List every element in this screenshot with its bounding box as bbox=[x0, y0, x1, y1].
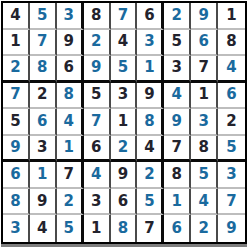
cell-r9c3[interactable]: 5 bbox=[57, 215, 84, 242]
given-digit: 3 bbox=[172, 60, 182, 75]
cell-r3c7[interactable]: 3 bbox=[164, 56, 191, 83]
given-digit: 1 bbox=[118, 114, 128, 129]
cell-r9c7[interactable]: 6 bbox=[164, 215, 191, 242]
cell-r4c8[interactable]: 1 bbox=[191, 83, 218, 110]
given-digit: 8 bbox=[226, 34, 236, 49]
cell-r8c8[interactable]: 4 bbox=[191, 189, 218, 216]
cell-r3c8[interactable]: 7 bbox=[191, 56, 218, 83]
solved-digit: 3 bbox=[198, 114, 208, 129]
given-digit: 9 bbox=[144, 87, 154, 102]
given-digit: 6 bbox=[91, 140, 101, 155]
given-digit: 5 bbox=[172, 34, 182, 49]
cell-r5c7[interactable]: 9 bbox=[164, 109, 191, 136]
cell-r6c9[interactable]: 5 bbox=[218, 136, 245, 163]
cell-r2c3[interactable]: 9 bbox=[57, 30, 84, 57]
solved-digit: 7 bbox=[118, 8, 128, 23]
solved-digit: 6 bbox=[172, 221, 182, 236]
solved-digit: 2 bbox=[198, 221, 208, 236]
cell-r1c5[interactable]: 7 bbox=[111, 3, 138, 30]
solved-digit: 6 bbox=[37, 114, 47, 129]
solved-digit: 6 bbox=[10, 167, 20, 182]
solved-digit: 9 bbox=[10, 140, 20, 155]
cell-r4c6[interactable]: 9 bbox=[137, 83, 164, 110]
solved-digit: 7 bbox=[10, 87, 20, 102]
given-digit: 9 bbox=[63, 34, 73, 49]
cell-r9c9[interactable]: 9 bbox=[218, 215, 245, 242]
cell-r1c1[interactable]: 4 bbox=[3, 3, 30, 30]
cell-r7c3[interactable]: 7 bbox=[57, 162, 84, 189]
solved-digit: 4 bbox=[91, 167, 101, 182]
cell-r6c7[interactable]: 7 bbox=[164, 136, 191, 163]
cell-r6c5[interactable]: 2 bbox=[111, 136, 138, 163]
solved-digit: 7 bbox=[91, 114, 101, 129]
solved-digit: 2 bbox=[10, 60, 20, 75]
given-digit: 2 bbox=[226, 114, 236, 129]
given-digit: 6 bbox=[118, 194, 128, 209]
cell-r6c3[interactable]: 1 bbox=[57, 136, 84, 163]
sudoku-board: 4538762911792435682869513747285394165647… bbox=[1, 1, 247, 244]
given-digit: 4 bbox=[144, 140, 154, 155]
cell-r5c5[interactable]: 1 bbox=[111, 109, 138, 136]
cell-r5c1[interactable]: 5 bbox=[3, 109, 30, 136]
given-digit: 8 bbox=[198, 140, 208, 155]
solved-digit: 1 bbox=[144, 60, 154, 75]
cell-r6c4[interactable]: 6 bbox=[84, 136, 111, 163]
given-digit: 1 bbox=[10, 34, 20, 49]
cell-r6c6[interactable]: 4 bbox=[137, 136, 164, 163]
cell-r4c4[interactable]: 5 bbox=[84, 83, 111, 110]
solved-digit: 5 bbox=[198, 167, 208, 182]
cell-r7c8[interactable]: 5 bbox=[191, 162, 218, 189]
cell-r4c9[interactable]: 6 bbox=[218, 83, 245, 110]
given-digit: 3 bbox=[118, 87, 128, 102]
cell-r8c2[interactable]: 9 bbox=[30, 189, 57, 216]
solved-digit: 8 bbox=[10, 194, 20, 209]
solved-digit: 4 bbox=[198, 194, 208, 209]
given-digit: 9 bbox=[37, 194, 47, 209]
cell-r6c2[interactable]: 3 bbox=[30, 136, 57, 163]
cell-r5c8[interactable]: 3 bbox=[191, 109, 218, 136]
cell-r2c2[interactable]: 7 bbox=[30, 30, 57, 57]
cell-r1c8[interactable]: 9 bbox=[191, 3, 218, 30]
solved-digit: 1 bbox=[37, 167, 47, 182]
given-digit: 8 bbox=[172, 167, 182, 182]
cell-r3c1[interactable]: 2 bbox=[3, 56, 30, 83]
cell-r9c2[interactable]: 4 bbox=[30, 215, 57, 242]
solved-digit: 9 bbox=[198, 8, 208, 23]
cell-r4c5[interactable]: 3 bbox=[111, 83, 138, 110]
cell-r7c9[interactable]: 3 bbox=[218, 162, 245, 189]
cell-r9c4[interactable]: 1 bbox=[84, 215, 111, 242]
given-digit: 7 bbox=[172, 140, 182, 155]
cell-r5c3[interactable]: 4 bbox=[57, 109, 84, 136]
cell-r8c9[interactable]: 7 bbox=[218, 189, 245, 216]
solved-digit: 6 bbox=[226, 87, 236, 102]
given-digit: 8 bbox=[91, 8, 101, 23]
cell-r8c6[interactable]: 5 bbox=[137, 189, 164, 216]
given-digit: 2 bbox=[37, 87, 47, 102]
solved-digit: 8 bbox=[118, 221, 128, 236]
given-digit: 3 bbox=[91, 194, 101, 209]
cell-r2c6[interactable]: 3 bbox=[137, 30, 164, 57]
solved-digit: 5 bbox=[63, 221, 73, 236]
cell-r2c5[interactable]: 4 bbox=[111, 30, 138, 57]
given-digit: 4 bbox=[37, 221, 47, 236]
cell-r2c7[interactable]: 5 bbox=[164, 30, 191, 57]
given-digit: 7 bbox=[63, 167, 73, 182]
given-digit: 1 bbox=[226, 8, 236, 23]
cell-r4c1[interactable]: 7 bbox=[3, 83, 30, 110]
solved-digit: 6 bbox=[198, 34, 208, 49]
cell-r3c4[interactable]: 9 bbox=[84, 56, 111, 83]
cell-r2c8[interactable]: 6 bbox=[191, 30, 218, 57]
cell-r9c6[interactable]: 7 bbox=[137, 215, 164, 242]
solved-digit: 2 bbox=[63, 194, 73, 209]
cell-r5c9[interactable]: 2 bbox=[218, 109, 245, 136]
cell-r1c7[interactable]: 2 bbox=[164, 3, 191, 30]
solved-digit: 8 bbox=[63, 87, 73, 102]
solved-digit: 9 bbox=[172, 114, 182, 129]
cell-r4c3[interactable]: 8 bbox=[57, 83, 84, 110]
solved-digit: 2 bbox=[172, 8, 182, 23]
solved-digit: 4 bbox=[226, 60, 236, 75]
cell-r7c5[interactable]: 9 bbox=[111, 162, 138, 189]
cell-r8c4[interactable]: 3 bbox=[84, 189, 111, 216]
cell-r1c2[interactable]: 5 bbox=[30, 3, 57, 30]
cell-r4c2[interactable]: 2 bbox=[30, 83, 57, 110]
solved-digit: 3 bbox=[63, 8, 73, 23]
given-digit: 5 bbox=[91, 87, 101, 102]
solved-digit: 8 bbox=[37, 60, 47, 75]
given-digit: 4 bbox=[10, 8, 20, 23]
cell-r7c2[interactable]: 1 bbox=[30, 162, 57, 189]
solved-digit: 2 bbox=[118, 140, 128, 155]
solved-digit: 9 bbox=[226, 221, 236, 236]
cell-r3c3[interactable]: 6 bbox=[57, 56, 84, 83]
solved-digit: 4 bbox=[63, 114, 73, 129]
cell-r7c1[interactable]: 6 bbox=[3, 162, 30, 189]
given-digit: 6 bbox=[144, 8, 154, 23]
given-digit: 1 bbox=[198, 87, 208, 102]
cell-r5c4[interactable]: 7 bbox=[84, 109, 111, 136]
solved-digit: 2 bbox=[91, 34, 101, 49]
cell-r2c1[interactable]: 1 bbox=[3, 30, 30, 57]
cell-r6c8[interactable]: 8 bbox=[191, 136, 218, 163]
cell-r5c6[interactable]: 8 bbox=[137, 109, 164, 136]
cell-r8c1[interactable]: 8 bbox=[3, 189, 30, 216]
solved-digit: 7 bbox=[226, 194, 236, 209]
cell-r6c1[interactable]: 9 bbox=[3, 136, 30, 163]
cell-r1c4[interactable]: 8 bbox=[84, 3, 111, 30]
solved-digit: 5 bbox=[118, 60, 128, 75]
solved-digit: 8 bbox=[144, 114, 154, 129]
solved-digit: 3 bbox=[10, 221, 20, 236]
solved-digit: 5 bbox=[37, 8, 47, 23]
cell-r9c5[interactable]: 8 bbox=[111, 215, 138, 242]
cell-r1c9[interactable]: 1 bbox=[218, 3, 245, 30]
solved-digit: 5 bbox=[226, 140, 236, 155]
cell-r3c9[interactable]: 4 bbox=[218, 56, 245, 83]
cell-r8c5[interactable]: 6 bbox=[111, 189, 138, 216]
given-digit: 9 bbox=[118, 167, 128, 182]
solved-digit: 9 bbox=[91, 60, 101, 75]
given-digit: 6 bbox=[63, 60, 73, 75]
cell-r9c1[interactable]: 3 bbox=[3, 215, 30, 242]
solved-digit: 3 bbox=[226, 167, 236, 182]
cell-r3c6[interactable]: 1 bbox=[137, 56, 164, 83]
solved-digit: 7 bbox=[37, 34, 47, 49]
cell-r1c6[interactable]: 6 bbox=[137, 3, 164, 30]
cell-r4c7[interactable]: 4 bbox=[164, 83, 191, 110]
cell-r8c3[interactable]: 2 bbox=[57, 189, 84, 216]
solved-digit: 4 bbox=[172, 87, 182, 102]
cell-r3c5[interactable]: 5 bbox=[111, 56, 138, 83]
solved-digit: 3 bbox=[144, 34, 154, 49]
cell-r2c9[interactable]: 8 bbox=[218, 30, 245, 57]
cell-r7c7[interactable]: 8 bbox=[164, 162, 191, 189]
solved-digit: 5 bbox=[144, 194, 154, 209]
solved-digit: 1 bbox=[63, 140, 73, 155]
given-digit: 3 bbox=[37, 140, 47, 155]
cell-r7c6[interactable]: 2 bbox=[137, 162, 164, 189]
given-digit: 1 bbox=[91, 221, 101, 236]
given-digit: 4 bbox=[118, 34, 128, 49]
cell-r7c4[interactable]: 4 bbox=[84, 162, 111, 189]
cell-r5c2[interactable]: 6 bbox=[30, 109, 57, 136]
cell-r8c7[interactable]: 1 bbox=[164, 189, 191, 216]
solved-digit: 1 bbox=[172, 194, 182, 209]
given-digit: 7 bbox=[198, 60, 208, 75]
cell-r1c3[interactable]: 3 bbox=[57, 3, 84, 30]
cell-r2c4[interactable]: 2 bbox=[84, 30, 111, 57]
given-digit: 7 bbox=[144, 221, 154, 236]
given-digit: 5 bbox=[10, 114, 20, 129]
cell-r3c2[interactable]: 8 bbox=[30, 56, 57, 83]
solved-digit: 2 bbox=[144, 167, 154, 182]
cell-r9c8[interactable]: 2 bbox=[191, 215, 218, 242]
